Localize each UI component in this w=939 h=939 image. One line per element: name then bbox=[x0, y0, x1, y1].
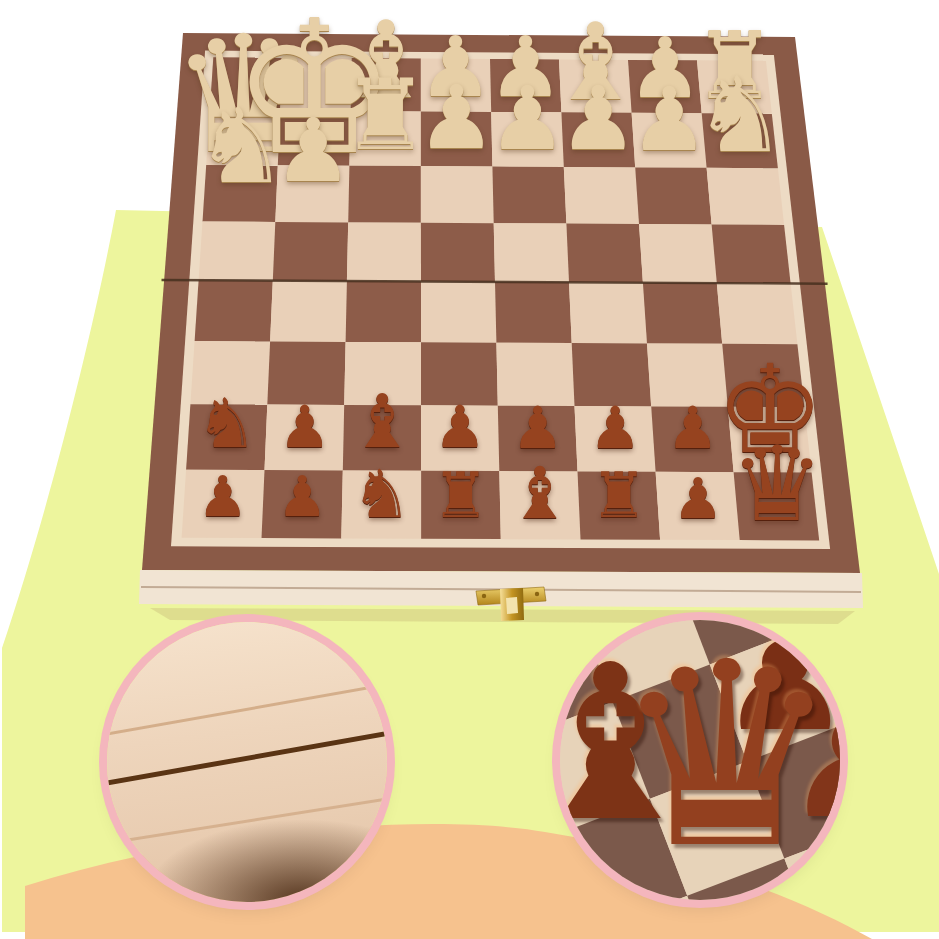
square-r8c7 bbox=[656, 472, 740, 540]
square-r5c8 bbox=[717, 283, 798, 344]
square-r2c3 bbox=[349, 111, 421, 166]
clasp-screw bbox=[482, 594, 486, 598]
square-r3c5 bbox=[492, 167, 566, 224]
square-r3c4 bbox=[421, 166, 494, 223]
detail-inset-wood-grain bbox=[107, 622, 387, 902]
square-r7c4 bbox=[421, 405, 499, 471]
square-r6c2 bbox=[267, 342, 345, 405]
square-r2c5 bbox=[491, 112, 564, 167]
wood-grain-line bbox=[107, 677, 387, 739]
square-r6c7 bbox=[647, 343, 728, 406]
square-r6c4 bbox=[421, 342, 498, 405]
square-r1c6 bbox=[559, 59, 632, 112]
square-r7c3 bbox=[343, 405, 421, 471]
square-r4c3 bbox=[347, 222, 421, 281]
square-r5c4 bbox=[421, 282, 496, 343]
square-r3c7 bbox=[635, 167, 711, 224]
square-r4c6 bbox=[566, 224, 643, 283]
square-r5c5 bbox=[495, 282, 572, 343]
square-r3c8 bbox=[707, 168, 785, 225]
square-r7c6 bbox=[575, 406, 656, 472]
fold-seam-closeup-line bbox=[107, 725, 387, 789]
square-r6c3 bbox=[344, 342, 421, 405]
square-r1c7 bbox=[628, 60, 702, 113]
square-r8c1 bbox=[182, 470, 265, 538]
square-r2c1 bbox=[206, 110, 280, 165]
square-r5c7 bbox=[643, 283, 722, 344]
square-r8c4 bbox=[421, 471, 501, 539]
square-r4c7 bbox=[639, 224, 717, 283]
square-r2c2 bbox=[278, 111, 351, 166]
square-r6c6 bbox=[572, 343, 652, 407]
square-r4c4 bbox=[421, 223, 495, 282]
square-r5c6 bbox=[569, 282, 647, 343]
square-r5c1 bbox=[195, 280, 273, 341]
square-r6c1 bbox=[190, 341, 270, 405]
square-r1c3 bbox=[351, 58, 421, 111]
square-r7c2 bbox=[265, 405, 345, 471]
square-r2c7 bbox=[632, 113, 707, 168]
square-r3c3 bbox=[348, 166, 421, 223]
detail-inset-pieces-closeup: ♟ ♝ ♟ ♛ bbox=[560, 620, 840, 900]
square-r2c8 bbox=[702, 113, 778, 168]
square-r7c1 bbox=[186, 404, 267, 470]
product-photo: ♝♟♟♝♟♜♛♚♜♟♟♟♟♞♞♟♞♟♝♟♟♟♟♚♟♟♞♜♝♜♟♛ ♟ ♝ ♟ ♛ bbox=[0, 0, 939, 939]
square-r2c6 bbox=[561, 112, 635, 167]
square-r1c1 bbox=[210, 57, 283, 110]
square-r4c1 bbox=[199, 222, 276, 281]
square-r4c5 bbox=[494, 223, 569, 282]
square-r6c8 bbox=[722, 344, 804, 407]
square-r4c2 bbox=[273, 222, 348, 281]
square-r7c5 bbox=[498, 406, 578, 472]
square-r1c2 bbox=[280, 58, 352, 111]
square-r8c8 bbox=[734, 472, 820, 540]
square-r8c5 bbox=[499, 471, 580, 539]
square-r7c7 bbox=[651, 407, 733, 473]
square-r3c2 bbox=[275, 165, 349, 222]
square-r8c2 bbox=[262, 470, 343, 538]
square-r8c6 bbox=[578, 472, 661, 540]
square-r1c5 bbox=[490, 59, 561, 112]
square-r6c5 bbox=[496, 343, 574, 406]
square-r3c6 bbox=[564, 167, 639, 224]
closeup-board bbox=[560, 620, 840, 900]
square-r1c8 bbox=[697, 60, 772, 113]
square-r3c1 bbox=[203, 165, 278, 222]
square-r7c8 bbox=[728, 407, 812, 473]
clasp-part bbox=[506, 597, 518, 614]
square-r2c4 bbox=[421, 111, 493, 166]
square-r5c3 bbox=[346, 281, 421, 342]
square-r8c3 bbox=[341, 470, 421, 538]
square-r4c8 bbox=[712, 225, 791, 284]
clasp-screw bbox=[535, 592, 539, 596]
square-r1c4 bbox=[421, 59, 491, 112]
square-r5c2 bbox=[270, 281, 347, 342]
